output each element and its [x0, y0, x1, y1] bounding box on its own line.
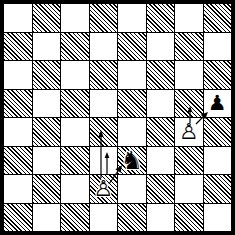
square-f1[interactable]	[147, 204, 175, 232]
square-d5[interactable]	[90, 90, 118, 118]
square-g2[interactable]	[175, 175, 203, 203]
square-a4[interactable]	[4, 118, 32, 146]
square-b8[interactable]	[33, 4, 61, 32]
square-g7[interactable]	[175, 33, 203, 61]
square-h6[interactable]	[204, 61, 232, 89]
piece-black-knight-e3[interactable]: ♞	[121, 148, 143, 173]
square-a8[interactable]	[4, 4, 32, 32]
square-d1[interactable]	[90, 204, 118, 232]
square-a5[interactable]	[4, 90, 32, 118]
square-e2[interactable]	[118, 175, 146, 203]
square-e7[interactable]	[118, 33, 146, 61]
square-b1[interactable]	[33, 204, 61, 232]
square-b4[interactable]	[33, 118, 61, 146]
square-e4[interactable]	[118, 118, 146, 146]
square-f3[interactable]	[147, 147, 175, 175]
square-b7[interactable]	[33, 33, 61, 61]
square-b5[interactable]	[33, 90, 61, 118]
square-e5[interactable]	[118, 90, 146, 118]
square-c8[interactable]	[61, 4, 89, 32]
square-d4[interactable]	[90, 118, 118, 146]
square-f5[interactable]	[147, 90, 175, 118]
square-h4[interactable]	[204, 118, 232, 146]
square-a7[interactable]	[4, 33, 32, 61]
square-e8[interactable]	[118, 4, 146, 32]
square-a2[interactable]	[4, 175, 32, 203]
square-a3[interactable]	[4, 147, 32, 175]
square-c7[interactable]	[61, 33, 89, 61]
square-f8[interactable]	[147, 4, 175, 32]
square-d6[interactable]	[90, 61, 118, 89]
square-d2[interactable]: ♟♙	[90, 175, 118, 203]
board-frame: ♟♟♙♞♟♙	[0, 0, 235, 235]
square-g1[interactable]	[175, 204, 203, 232]
square-h2[interactable]	[204, 175, 232, 203]
square-h5[interactable]: ♟	[204, 90, 232, 118]
piece-black-pawn-h5[interactable]: ♟	[208, 93, 227, 114]
square-c2[interactable]	[61, 175, 89, 203]
square-h3[interactable]	[204, 147, 232, 175]
square-g3[interactable]	[175, 147, 203, 175]
square-g6[interactable]	[175, 61, 203, 89]
square-g5[interactable]	[175, 90, 203, 118]
board-grid: ♟♟♙♞♟♙	[4, 4, 231, 231]
square-g4[interactable]: ♟♙	[175, 118, 203, 146]
piece-white-pawn-d2[interactable]: ♙	[90, 175, 118, 203]
square-c4[interactable]	[61, 118, 89, 146]
square-h7[interactable]	[204, 33, 232, 61]
square-b2[interactable]	[33, 175, 61, 203]
square-f6[interactable]	[147, 61, 175, 89]
square-g8[interactable]	[175, 4, 203, 32]
square-f2[interactable]	[147, 175, 175, 203]
square-e3[interactable]: ♞	[118, 147, 146, 175]
square-e6[interactable]	[118, 61, 146, 89]
square-d3[interactable]	[90, 147, 118, 175]
square-d7[interactable]	[90, 33, 118, 61]
square-c3[interactable]	[61, 147, 89, 175]
square-f7[interactable]	[147, 33, 175, 61]
square-b6[interactable]	[33, 61, 61, 89]
square-c6[interactable]	[61, 61, 89, 89]
square-d8[interactable]	[90, 4, 118, 32]
square-h8[interactable]	[204, 4, 232, 32]
square-f4[interactable]	[147, 118, 175, 146]
square-c5[interactable]	[61, 90, 89, 118]
square-b3[interactable]	[33, 147, 61, 175]
piece-white-pawn-g4[interactable]: ♙	[175, 118, 203, 146]
square-c1[interactable]	[61, 204, 89, 232]
square-h1[interactable]	[204, 204, 232, 232]
square-e1[interactable]	[118, 204, 146, 232]
square-a1[interactable]	[4, 204, 32, 232]
square-a6[interactable]	[4, 61, 32, 89]
